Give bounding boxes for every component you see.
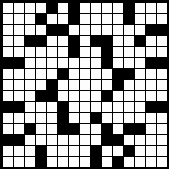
- white-cell-r7c1[interactable]: [3, 69, 13, 79]
- black-cell-r10c1: [3, 102, 13, 112]
- white-cell-r9c1[interactable]: [3, 91, 13, 101]
- white-cell-r3c9[interactable]: [91, 25, 101, 35]
- white-cell-r4c14[interactable]: [146, 36, 156, 46]
- white-cell-r4c11[interactable]: [113, 36, 123, 46]
- white-cell-r14c13[interactable]: [135, 146, 145, 156]
- white-cell-r12c1[interactable]: [3, 124, 13, 134]
- black-cell-r2c4: [36, 14, 46, 24]
- white-cell-r11c1[interactable]: [3, 113, 13, 123]
- white-cell-r2c2[interactable]: [14, 14, 24, 24]
- white-cell-r5c5[interactable]: [47, 47, 57, 57]
- black-cell-r4c10: [102, 36, 112, 46]
- white-cell-r8c8[interactable]: [80, 80, 90, 90]
- white-cell-r7c3[interactable]: [25, 69, 35, 79]
- white-cell-r14c1[interactable]: [3, 146, 13, 156]
- white-cell-r10c3[interactable]: [25, 102, 35, 112]
- white-cell-r1c15[interactable]: [157, 3, 167, 13]
- white-cell-r6c9[interactable]: [91, 58, 101, 68]
- white-cell-r11c15[interactable]: [157, 113, 167, 123]
- white-cell-r11c5[interactable]: [47, 113, 57, 123]
- white-cell-r14c3[interactable]: [25, 146, 35, 156]
- white-cell-r14c14[interactable]: [146, 146, 156, 156]
- white-cell-r13c3[interactable]: [25, 135, 35, 145]
- black-cell-r5c7: [69, 47, 79, 57]
- black-cell-r4c3: [25, 36, 35, 46]
- black-cell-r13c10: [102, 135, 112, 145]
- white-cell-r11c2[interactable]: [14, 113, 24, 123]
- white-cell-r3c3[interactable]: [25, 25, 35, 35]
- white-cell-r6c8[interactable]: [80, 58, 90, 68]
- white-cell-r13c8[interactable]: [80, 135, 90, 145]
- white-cell-r7c10[interactable]: [102, 69, 112, 79]
- black-cell-r6c1: [3, 58, 13, 68]
- black-cell-r12c12: [124, 124, 134, 134]
- black-cell-r6c2: [14, 58, 24, 68]
- white-cell-r4c8[interactable]: [80, 36, 90, 46]
- white-cell-r8c13[interactable]: [135, 80, 145, 90]
- white-cell-r3c10[interactable]: [102, 25, 112, 35]
- white-cell-r8c7[interactable]: [69, 80, 79, 90]
- white-cell-r4c6[interactable]: [58, 36, 68, 46]
- white-cell-r10c11[interactable]: [113, 102, 123, 112]
- white-cell-r5c3[interactable]: [25, 47, 35, 57]
- white-cell-r7c8[interactable]: [80, 69, 90, 79]
- black-cell-r14c12: [124, 146, 134, 156]
- white-cell-r7c5[interactable]: [47, 69, 57, 79]
- white-cell-r9c11[interactable]: [113, 91, 123, 101]
- white-cell-r12c15[interactable]: [157, 124, 167, 134]
- white-cell-r9c15[interactable]: [157, 91, 167, 101]
- white-cell-r5c9[interactable]: [91, 47, 101, 57]
- white-cell-r2c3[interactable]: [25, 14, 35, 24]
- white-cell-r9c2[interactable]: [14, 91, 24, 101]
- white-cell-r5c1[interactable]: [3, 47, 13, 57]
- white-cell-r2c15[interactable]: [157, 14, 167, 24]
- white-cell-r10c10[interactable]: [102, 102, 112, 112]
- white-cell-r1c10[interactable]: [102, 3, 112, 13]
- black-cell-r10c14: [146, 102, 156, 112]
- white-cell-r10c9[interactable]: [91, 102, 101, 112]
- white-cell-r1c2[interactable]: [14, 3, 24, 13]
- black-cell-r10c15: [157, 102, 167, 112]
- black-cell-r7c6: [58, 69, 68, 79]
- black-cell-r15c11: [113, 157, 123, 167]
- white-cell-r6c4[interactable]: [36, 58, 46, 68]
- black-cell-r12c13: [135, 124, 145, 134]
- black-cell-r10c6: [58, 102, 68, 112]
- black-cell-r6c15: [157, 58, 167, 68]
- white-cell-r3c7[interactable]: [69, 25, 79, 35]
- white-cell-r4c12[interactable]: [124, 36, 134, 46]
- white-cell-r11c3[interactable]: [25, 113, 35, 123]
- black-cell-r3c5: [47, 25, 57, 35]
- white-cell-r2c13[interactable]: [135, 14, 145, 24]
- white-cell-r8c10[interactable]: [102, 80, 112, 90]
- black-cell-r3c14: [146, 25, 156, 35]
- black-cell-r9c10: [102, 91, 112, 101]
- white-cell-r5c13[interactable]: [135, 47, 145, 57]
- white-cell-r8c15[interactable]: [157, 80, 167, 90]
- white-cell-r6c11[interactable]: [113, 58, 123, 68]
- white-cell-r4c2[interactable]: [14, 36, 24, 46]
- white-cell-r14c5[interactable]: [47, 146, 57, 156]
- white-cell-r15c13[interactable]: [135, 157, 145, 167]
- white-cell-r8c1[interactable]: [3, 80, 13, 90]
- white-cell-r10c4[interactable]: [36, 102, 46, 112]
- white-cell-r12c4[interactable]: [36, 124, 46, 134]
- black-cell-r13c11: [113, 135, 123, 145]
- white-cell-r5c15[interactable]: [157, 47, 167, 57]
- white-cell-r12c8[interactable]: [80, 124, 90, 134]
- black-cell-r9c5: [47, 91, 57, 101]
- white-cell-r11c10[interactable]: [102, 113, 112, 123]
- black-cell-r6c10: [102, 58, 112, 68]
- white-cell-r5c2[interactable]: [14, 47, 24, 57]
- white-cell-r13c14[interactable]: [146, 135, 156, 145]
- white-cell-r11c13[interactable]: [135, 113, 145, 123]
- white-cell-r5c12[interactable]: [124, 47, 134, 57]
- black-cell-r6c14: [146, 58, 156, 68]
- white-cell-r11c4[interactable]: [36, 113, 46, 123]
- black-cell-r2c7: [69, 14, 79, 24]
- white-cell-r1c14[interactable]: [146, 3, 156, 13]
- white-cell-r7c15[interactable]: [157, 69, 167, 79]
- white-cell-r1c8[interactable]: [80, 3, 90, 13]
- white-cell-r15c10[interactable]: [102, 157, 112, 167]
- white-cell-r12c14[interactable]: [146, 124, 156, 134]
- white-cell-r15c1[interactable]: [3, 157, 13, 167]
- white-cell-r12c2[interactable]: [14, 124, 24, 134]
- white-cell-r9c7[interactable]: [69, 91, 79, 101]
- white-cell-r5c14[interactable]: [146, 47, 156, 57]
- white-cell-r13c4[interactable]: [36, 135, 46, 145]
- black-cell-r12c7: [69, 124, 79, 134]
- white-cell-r15c5[interactable]: [47, 157, 57, 167]
- white-cell-r1c6[interactable]: [58, 3, 68, 13]
- white-cell-r2c11[interactable]: [113, 14, 123, 24]
- white-cell-r12c5[interactable]: [47, 124, 57, 134]
- black-cell-r15c4: [36, 157, 46, 167]
- white-cell-r6c3[interactable]: [25, 58, 35, 68]
- white-cell-r13c6[interactable]: [58, 135, 68, 145]
- black-cell-r14c4: [36, 146, 46, 156]
- white-cell-r2c14[interactable]: [146, 14, 156, 24]
- white-cell-r5c8[interactable]: [80, 47, 90, 57]
- white-cell-r15c12[interactable]: [124, 157, 134, 167]
- white-cell-r11c12[interactable]: [124, 113, 134, 123]
- black-cell-r2c12: [124, 14, 134, 24]
- black-cell-r12c3: [25, 124, 35, 134]
- black-cell-r8c11: [113, 80, 123, 90]
- black-cell-r1c7: [69, 3, 79, 13]
- black-cell-r4c7: [69, 36, 79, 46]
- white-cell-r1c11[interactable]: [113, 3, 123, 13]
- white-cell-r3c12[interactable]: [124, 25, 134, 35]
- white-cell-r3c8[interactable]: [80, 25, 90, 35]
- black-cell-r12c10: [102, 124, 112, 134]
- white-cell-r7c9[interactable]: [91, 69, 101, 79]
- white-cell-r9c9[interactable]: [91, 91, 101, 101]
- black-cell-r15c9: [91, 157, 101, 167]
- white-cell-r14c8[interactable]: [80, 146, 90, 156]
- white-cell-r11c7[interactable]: [69, 113, 79, 123]
- white-cell-r14c7[interactable]: [69, 146, 79, 156]
- white-cell-r8c4[interactable]: [36, 80, 46, 90]
- white-cell-r10c5[interactable]: [47, 102, 57, 112]
- white-cell-r13c12[interactable]: [124, 135, 134, 145]
- white-cell-r14c2[interactable]: [14, 146, 24, 156]
- black-cell-r3c6: [58, 25, 68, 35]
- white-cell-r11c11[interactable]: [113, 113, 123, 123]
- white-cell-r9c14[interactable]: [146, 91, 156, 101]
- black-cell-r10c2: [14, 102, 24, 112]
- black-cell-r12c6: [58, 124, 68, 134]
- black-cell-r9c4: [36, 91, 46, 101]
- white-cell-r1c1[interactable]: [3, 3, 13, 13]
- black-cell-r7c11: [113, 69, 123, 79]
- white-cell-r12c9[interactable]: [91, 124, 101, 134]
- white-cell-r15c8[interactable]: [80, 157, 90, 167]
- black-cell-r8c5: [47, 80, 57, 90]
- white-cell-r7c7[interactable]: [69, 69, 79, 79]
- white-cell-r15c7[interactable]: [69, 157, 79, 167]
- white-cell-r4c15[interactable]: [157, 36, 167, 46]
- white-cell-r3c1[interactable]: [3, 25, 13, 35]
- white-cell-r3c4[interactable]: [36, 25, 46, 35]
- white-cell-r1c9[interactable]: [91, 3, 101, 13]
- white-cell-r11c14[interactable]: [146, 113, 156, 123]
- black-cell-r1c5: [47, 3, 57, 13]
- white-cell-r2c1[interactable]: [3, 14, 13, 24]
- white-cell-r8c9[interactable]: [91, 80, 101, 90]
- white-cell-r9c8[interactable]: [80, 91, 90, 101]
- white-cell-r5c4[interactable]: [36, 47, 46, 57]
- white-cell-r5c6[interactable]: [58, 47, 68, 57]
- white-cell-r6c5[interactable]: [47, 58, 57, 68]
- white-cell-r8c2[interactable]: [14, 80, 24, 90]
- white-cell-r15c14[interactable]: [146, 157, 156, 167]
- white-cell-r9c3[interactable]: [25, 91, 35, 101]
- white-cell-r14c6[interactable]: [58, 146, 68, 156]
- white-cell-r2c10[interactable]: [102, 14, 112, 24]
- white-cell-r2c8[interactable]: [80, 14, 90, 24]
- black-cell-r3c15: [157, 25, 167, 35]
- white-cell-r13c9[interactable]: [91, 135, 101, 145]
- white-cell-r8c14[interactable]: [146, 80, 156, 90]
- white-cell-r5c11[interactable]: [113, 47, 123, 57]
- black-cell-r5c10: [102, 47, 112, 57]
- white-cell-r7c2[interactable]: [14, 69, 24, 79]
- white-cell-r15c6[interactable]: [58, 157, 68, 167]
- black-cell-r4c9: [91, 36, 101, 46]
- white-cell-r11c8[interactable]: [80, 113, 90, 123]
- black-cell-r11c9: [91, 113, 101, 123]
- white-cell-r1c13[interactable]: [135, 3, 145, 13]
- white-cell-r6c12[interactable]: [124, 58, 134, 68]
- white-cell-r2c6[interactable]: [58, 14, 68, 24]
- white-cell-r3c13[interactable]: [135, 25, 145, 35]
- white-cell-r1c3[interactable]: [25, 3, 35, 13]
- white-cell-r9c13[interactable]: [135, 91, 145, 101]
- white-cell-r3c2[interactable]: [14, 25, 24, 35]
- white-cell-r4c1[interactable]: [3, 36, 13, 46]
- white-cell-r13c7[interactable]: [69, 135, 79, 145]
- black-cell-r13c1: [3, 135, 13, 145]
- white-cell-r7c14[interactable]: [146, 69, 156, 79]
- black-cell-r4c13: [135, 36, 145, 46]
- crossword-grid: [0, 0, 169, 169]
- white-cell-r6c13[interactable]: [135, 58, 145, 68]
- black-cell-r14c9: [91, 146, 101, 156]
- white-cell-r6c6[interactable]: [58, 58, 68, 68]
- white-cell-r15c3[interactable]: [25, 157, 35, 167]
- white-cell-r1c4[interactable]: [36, 3, 46, 13]
- white-cell-r8c3[interactable]: [25, 80, 35, 90]
- black-cell-r7c12: [124, 69, 134, 79]
- white-cell-r14c15[interactable]: [157, 146, 167, 156]
- white-cell-r14c10[interactable]: [102, 146, 112, 156]
- black-cell-r13c2: [14, 135, 24, 145]
- white-cell-r15c2[interactable]: [14, 157, 24, 167]
- white-cell-r6c7[interactable]: [69, 58, 79, 68]
- white-cell-r9c6[interactable]: [58, 91, 68, 101]
- white-cell-r7c13[interactable]: [135, 69, 145, 79]
- white-cell-r13c15[interactable]: [157, 135, 167, 145]
- white-cell-r13c5[interactable]: [47, 135, 57, 145]
- white-cell-r2c5[interactable]: [47, 14, 57, 24]
- white-cell-r12c11[interactable]: [113, 124, 123, 134]
- black-cell-r4c4: [36, 36, 46, 46]
- white-cell-r10c12[interactable]: [124, 102, 134, 112]
- white-cell-r10c8[interactable]: [80, 102, 90, 112]
- white-cell-r13c13[interactable]: [135, 135, 145, 145]
- white-cell-r14c11[interactable]: [113, 146, 123, 156]
- white-cell-r9c12[interactable]: [124, 91, 134, 101]
- white-cell-r10c13[interactable]: [135, 102, 145, 112]
- white-cell-r8c12[interactable]: [124, 80, 134, 90]
- white-cell-r8c6[interactable]: [58, 80, 68, 90]
- white-cell-r10c7[interactable]: [69, 102, 79, 112]
- black-cell-r11c6: [58, 113, 68, 123]
- white-cell-r4c5[interactable]: [47, 36, 57, 46]
- white-cell-r15c15[interactable]: [157, 157, 167, 167]
- black-cell-r1c12: [124, 3, 134, 13]
- white-cell-r3c11[interactable]: [113, 25, 123, 35]
- white-cell-r7c4[interactable]: [36, 69, 46, 79]
- white-cell-r2c9[interactable]: [91, 14, 101, 24]
